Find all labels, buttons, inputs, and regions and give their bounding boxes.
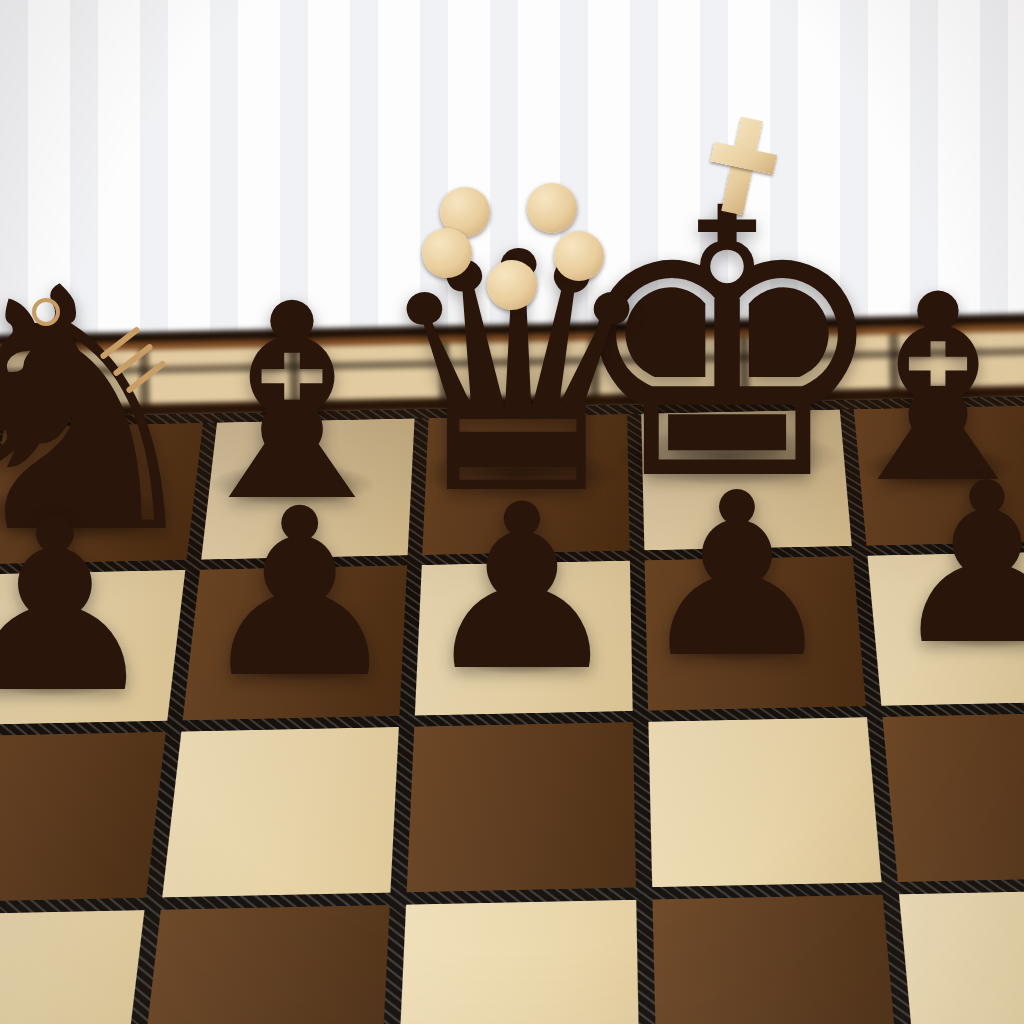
queen-crown-ball-4 — [554, 231, 604, 281]
pawn-f7[interactable]: ♟ — [876, 453, 1024, 675]
pawn-e7[interactable]: ♟ — [624, 463, 850, 689]
pawn-c7[interactable]: ♟ — [184, 478, 416, 710]
pawn-b7[interactable]: ♟ — [0, 488, 174, 726]
queen-crown-ball-5 — [487, 260, 537, 310]
chessboard-photo-scene: ♞♝♛♚♝♟♟♟♟♟ — [0, 0, 1024, 1024]
queen-crown-ball-3 — [422, 228, 472, 278]
pawn-d7[interactable]: ♟ — [408, 474, 636, 702]
knight-eye-carving — [32, 298, 60, 326]
pieces-layer: ♞♝♛♚♝♟♟♟♟♟ — [0, 0, 1024, 1024]
queen-crown-ball-2 — [527, 183, 577, 233]
